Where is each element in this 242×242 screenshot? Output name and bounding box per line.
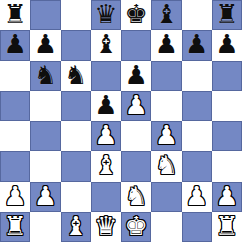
black-knight-piece[interactable]: ♞: [64, 61, 87, 90]
square-a5[interactable]: [0, 91, 30, 121]
square-a4[interactable]: [0, 121, 30, 151]
square-c3[interactable]: [61, 151, 91, 181]
square-g2[interactable]: ♟: [182, 182, 212, 212]
square-a8[interactable]: ♜: [0, 0, 30, 30]
square-b4[interactable]: [30, 121, 60, 151]
square-h6[interactable]: [212, 61, 242, 91]
black-rook-piece[interactable]: ♜: [3, 0, 26, 29]
square-d8[interactable]: ♛: [91, 0, 121, 30]
square-f4[interactable]: ♟: [151, 121, 181, 151]
square-c5[interactable]: [61, 91, 91, 121]
white-bishop-piece[interactable]: ♝: [94, 151, 117, 180]
black-pawn-piece[interactable]: ♟: [124, 61, 147, 90]
square-h3[interactable]: [212, 151, 242, 181]
square-e1[interactable]: ♚: [121, 212, 151, 242]
square-h2[interactable]: ♟: [212, 182, 242, 212]
white-pawn-piece[interactable]: ♟: [3, 182, 26, 211]
square-b7[interactable]: ♟: [30, 30, 60, 60]
square-e8[interactable]: ♚: [121, 0, 151, 30]
white-bishop-piece[interactable]: ♝: [64, 212, 87, 241]
square-h7[interactable]: ♟: [212, 30, 242, 60]
square-a1[interactable]: ♜: [0, 212, 30, 242]
square-a6[interactable]: [0, 61, 30, 91]
square-c6[interactable]: ♞: [61, 61, 91, 91]
square-d7[interactable]: ♝: [91, 30, 121, 60]
square-b3[interactable]: [30, 151, 60, 181]
square-a7[interactable]: ♟: [0, 30, 30, 60]
square-d1[interactable]: ♛: [91, 212, 121, 242]
square-b2[interactable]: ♟: [30, 182, 60, 212]
white-knight-piece[interactable]: ♞: [124, 182, 147, 211]
square-d6[interactable]: [91, 61, 121, 91]
square-e4[interactable]: [121, 121, 151, 151]
square-f3[interactable]: ♞: [151, 151, 181, 181]
square-b8[interactable]: [30, 0, 60, 30]
black-knight-piece[interactable]: ♞: [34, 61, 57, 90]
square-h5[interactable]: [212, 91, 242, 121]
white-pawn-piece[interactable]: ♟: [94, 121, 117, 150]
black-pawn-piece[interactable]: ♟: [94, 91, 117, 120]
square-e3[interactable]: [121, 151, 151, 181]
square-f5[interactable]: [151, 91, 181, 121]
square-b1[interactable]: [30, 212, 60, 242]
white-pawn-piece[interactable]: ♟: [185, 182, 208, 211]
square-d3[interactable]: ♝: [91, 151, 121, 181]
square-a2[interactable]: ♟: [0, 182, 30, 212]
white-king-piece[interactable]: ♚: [124, 212, 147, 241]
square-d2[interactable]: [91, 182, 121, 212]
black-bishop-piece[interactable]: ♝: [94, 30, 117, 59]
square-e6[interactable]: ♟: [121, 61, 151, 91]
square-g8[interactable]: [182, 0, 212, 30]
black-pawn-piece[interactable]: ♟: [185, 30, 208, 59]
white-pawn-piece[interactable]: ♟: [215, 182, 238, 211]
black-pawn-piece[interactable]: ♟: [155, 30, 178, 59]
square-g7[interactable]: ♟: [182, 30, 212, 60]
black-king-piece[interactable]: ♚: [124, 0, 147, 29]
black-pawn-piece[interactable]: ♟: [3, 30, 26, 59]
square-d4[interactable]: ♟: [91, 121, 121, 151]
square-b5[interactable]: [30, 91, 60, 121]
white-pawn-piece[interactable]: ♟: [124, 91, 147, 120]
square-e7[interactable]: [121, 30, 151, 60]
screenshot-stage: ♜♛♚♝♜♟♟♝♟♟♟♞♞♟♟♟♟♟♝♞♟♟♞♟♟♜♝♛♚♜: [0, 0, 242, 242]
black-queen-piece[interactable]: ♛: [94, 0, 117, 29]
white-pawn-piece[interactable]: ♟: [155, 121, 178, 150]
square-g5[interactable]: [182, 91, 212, 121]
square-e2[interactable]: ♞: [121, 182, 151, 212]
black-rook-piece[interactable]: ♜: [215, 0, 238, 29]
black-pawn-piece[interactable]: ♟: [215, 30, 238, 59]
square-f7[interactable]: ♟: [151, 30, 181, 60]
white-queen-piece[interactable]: ♛: [94, 212, 117, 241]
white-rook-piece[interactable]: ♜: [215, 212, 238, 241]
chess-board: ♜♛♚♝♜♟♟♝♟♟♟♞♞♟♟♟♟♟♝♞♟♟♞♟♟♜♝♛♚♜: [0, 0, 242, 242]
square-c7[interactable]: [61, 30, 91, 60]
square-g3[interactable]: [182, 151, 212, 181]
square-c2[interactable]: [61, 182, 91, 212]
black-bishop-piece[interactable]: ♝: [155, 0, 178, 29]
square-c8[interactable]: [61, 0, 91, 30]
square-h4[interactable]: [212, 121, 242, 151]
square-f1[interactable]: [151, 212, 181, 242]
square-f8[interactable]: ♝: [151, 0, 181, 30]
square-e5[interactable]: ♟: [121, 91, 151, 121]
square-g4[interactable]: [182, 121, 212, 151]
square-f6[interactable]: [151, 61, 181, 91]
square-g6[interactable]: [182, 61, 212, 91]
square-h8[interactable]: ♜: [212, 0, 242, 30]
square-c4[interactable]: [61, 121, 91, 151]
square-b6[interactable]: ♞: [30, 61, 60, 91]
square-f2[interactable]: [151, 182, 181, 212]
white-pawn-piece[interactable]: ♟: [34, 182, 57, 211]
square-d5[interactable]: ♟: [91, 91, 121, 121]
square-h1[interactable]: ♜: [212, 212, 242, 242]
black-pawn-piece[interactable]: ♟: [34, 30, 57, 59]
white-knight-piece[interactable]: ♞: [155, 151, 178, 180]
square-c1[interactable]: ♝: [61, 212, 91, 242]
white-rook-piece[interactable]: ♜: [3, 212, 26, 241]
square-a3[interactable]: [0, 151, 30, 181]
square-g1[interactable]: [182, 212, 212, 242]
